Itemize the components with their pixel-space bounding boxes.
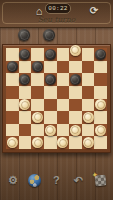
board-square[interactable]	[6, 48, 19, 61]
language-button[interactable]	[26, 172, 43, 189]
board-square[interactable]	[94, 48, 107, 61]
board-square[interactable]	[94, 86, 107, 99]
checkerboard-theme-icon: ✦	[94, 174, 106, 186]
board-square[interactable]	[82, 99, 95, 112]
board-square[interactable]	[44, 61, 57, 74]
black-piece[interactable]	[95, 49, 106, 60]
theme-button[interactable]: ✦	[92, 172, 109, 189]
board-square[interactable]	[6, 86, 19, 99]
white-piece[interactable]	[95, 99, 106, 110]
board-square[interactable]	[19, 124, 32, 137]
captured-black-piece	[43, 29, 55, 41]
board-square[interactable]	[82, 111, 95, 124]
board-square[interactable]	[82, 48, 95, 61]
board-square[interactable]	[57, 111, 70, 124]
game-timer: 00:22	[45, 3, 71, 14]
black-piece[interactable]	[45, 74, 56, 85]
white-piece[interactable]	[7, 137, 18, 148]
white-piece[interactable]	[45, 125, 56, 136]
board-square[interactable]	[31, 136, 44, 149]
board-square[interactable]	[57, 99, 70, 112]
board-square[interactable]	[57, 48, 70, 61]
board-square[interactable]	[19, 136, 32, 149]
board-square[interactable]	[6, 73, 19, 86]
question-mark-icon: ?	[53, 172, 60, 189]
board	[6, 48, 107, 149]
white-piece[interactable]	[83, 137, 94, 148]
bottom-toolbar: ⚙ ? ↶ ✦	[0, 169, 113, 191]
board-square[interactable]	[57, 136, 70, 149]
board-square[interactable]	[69, 99, 82, 112]
board-square[interactable]	[57, 73, 70, 86]
board-square[interactable]	[69, 61, 82, 74]
black-piece[interactable]	[45, 49, 56, 60]
board-square[interactable]	[6, 111, 19, 124]
settings-button[interactable]: ⚙	[4, 172, 21, 189]
board-square[interactable]	[44, 136, 57, 149]
board-square[interactable]	[94, 73, 107, 86]
board-square[interactable]	[19, 73, 32, 86]
white-piece[interactable]	[19, 99, 30, 110]
board-square[interactable]	[94, 99, 107, 112]
undo-arrow-icon: ↶	[74, 172, 83, 189]
board-square[interactable]	[19, 48, 32, 61]
board-square[interactable]	[31, 86, 44, 99]
captured-pieces-tray	[0, 29, 113, 42]
sparkle-star-icon: ✦	[91, 170, 99, 180]
board-square[interactable]	[31, 61, 44, 74]
board-square[interactable]	[6, 61, 19, 74]
board-square[interactable]	[94, 61, 107, 74]
board-square[interactable]	[19, 61, 32, 74]
board-square[interactable]	[69, 111, 82, 124]
board-square[interactable]	[82, 124, 95, 137]
board-square[interactable]	[57, 61, 70, 74]
board-square[interactable]	[57, 86, 70, 99]
white-piece[interactable]	[83, 112, 94, 123]
board-square[interactable]	[82, 61, 95, 74]
board-square[interactable]	[6, 99, 19, 112]
captured-black-piece	[18, 29, 30, 41]
white-piece[interactable]	[57, 137, 68, 148]
board-square[interactable]	[19, 111, 32, 124]
board-square[interactable]	[69, 86, 82, 99]
board-square[interactable]	[31, 99, 44, 112]
white-piece[interactable]	[32, 137, 43, 148]
board-frame	[2, 44, 111, 153]
black-piece[interactable]	[19, 49, 30, 60]
turn-status-text: Seu turno	[0, 15, 113, 24]
white-piece[interactable]	[70, 125, 81, 136]
board-square[interactable]	[44, 99, 57, 112]
board-square[interactable]	[44, 73, 57, 86]
board-square[interactable]	[31, 124, 44, 137]
board-square[interactable]	[31, 111, 44, 124]
black-piece[interactable]	[19, 74, 30, 85]
help-button[interactable]: ?	[48, 172, 65, 189]
black-piece[interactable]	[70, 74, 81, 85]
gear-icon: ⚙	[8, 172, 18, 189]
board-square[interactable]	[69, 136, 82, 149]
board-square[interactable]	[57, 124, 70, 137]
board-square[interactable]	[6, 124, 19, 137]
board-square[interactable]	[44, 111, 57, 124]
board-square[interactable]	[94, 136, 107, 149]
board-square[interactable]	[94, 111, 107, 124]
board-square[interactable]	[69, 48, 82, 61]
black-piece[interactable]	[7, 61, 18, 72]
board-square[interactable]	[44, 124, 57, 137]
white-piece[interactable]	[32, 112, 43, 123]
board-square[interactable]	[69, 124, 82, 137]
board-square[interactable]	[19, 99, 32, 112]
white-piece[interactable]	[95, 125, 106, 136]
globe-icon	[28, 174, 41, 187]
checkers-app-screen: ⌂ 00:22 ⟳ Seu turno ⚙ ? ↶ ✦	[0, 0, 113, 200]
board-square[interactable]	[19, 86, 32, 99]
board-square[interactable]	[69, 73, 82, 86]
board-square[interactable]	[44, 86, 57, 99]
board-square[interactable]	[44, 48, 57, 61]
board-square[interactable]	[94, 124, 107, 137]
board-square[interactable]	[6, 136, 19, 149]
board-square[interactable]	[31, 48, 44, 61]
board-square[interactable]	[82, 86, 95, 99]
undo-button[interactable]: ↶	[70, 172, 87, 189]
black-piece[interactable]	[32, 61, 43, 72]
board-square[interactable]	[82, 73, 95, 86]
white-piece[interactable]	[70, 45, 81, 56]
board-square[interactable]	[82, 136, 95, 149]
board-square[interactable]	[31, 73, 44, 86]
